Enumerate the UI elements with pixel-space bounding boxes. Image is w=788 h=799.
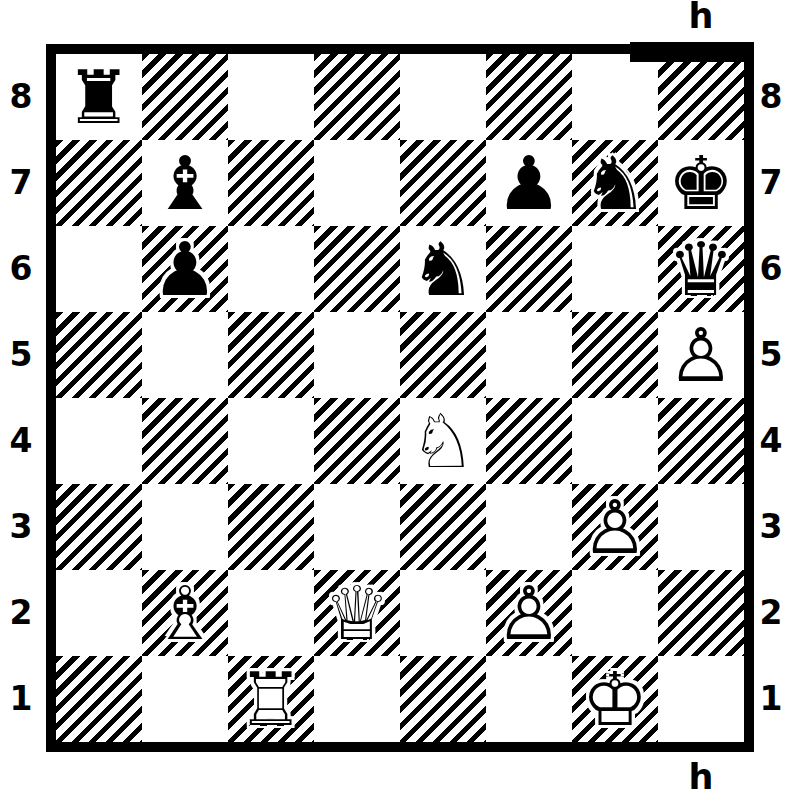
print-artifact-bar	[630, 42, 754, 62]
square-b3[interactable]	[142, 484, 228, 570]
square-c7[interactable]	[228, 140, 314, 226]
rank-label-right-8: 8	[752, 54, 788, 140]
square-g1[interactable]: ♚♔	[572, 656, 658, 742]
rank-label-right-2: 2	[752, 570, 788, 656]
square-a8[interactable]: ♜	[56, 54, 142, 140]
chess-diagram-page: h 87654321 ♜♝♟♞♚♟♞♛♟♙♞♘♟♙♝♗♛♕♟♙♜♖♚♔ 8765…	[0, 0, 788, 799]
queen-outline: ♕	[314, 570, 400, 656]
file-label-top-h: h	[658, 0, 744, 36]
square-a3[interactable]	[56, 484, 142, 570]
square-b8[interactable]	[142, 54, 228, 140]
knight-outline: ♘	[400, 398, 486, 484]
rank-label-left-5: 5	[2, 312, 40, 398]
square-g6[interactable]	[572, 226, 658, 312]
square-b4[interactable]	[142, 398, 228, 484]
square-e1[interactable]	[400, 656, 486, 742]
pawn-outline: ♙	[486, 570, 572, 656]
square-g2[interactable]	[572, 570, 658, 656]
square-e8[interactable]	[400, 54, 486, 140]
board-frame: ♜♝♟♞♚♟♞♛♟♙♞♘♟♙♝♗♛♕♟♙♜♖♚♔	[46, 44, 754, 752]
square-c8[interactable]	[228, 54, 314, 140]
black-king-h7[interactable]: ♚	[658, 140, 744, 226]
white-pawn-f2[interactable]: ♟♙	[486, 570, 572, 656]
rank-label-left-7: 7	[2, 140, 40, 226]
rank-label-right-1: 1	[752, 656, 788, 742]
white-pawn-g3[interactable]: ♟♙	[572, 484, 658, 570]
square-h6[interactable]: ♛	[658, 226, 744, 312]
square-d2[interactable]: ♛♕	[314, 570, 400, 656]
square-e7[interactable]	[400, 140, 486, 226]
square-d8[interactable]	[314, 54, 400, 140]
square-c6[interactable]	[228, 226, 314, 312]
square-c5[interactable]	[228, 312, 314, 398]
square-a2[interactable]	[56, 570, 142, 656]
black-bishop-b7[interactable]: ♝	[142, 140, 228, 226]
black-rook-a8[interactable]: ♜	[56, 54, 142, 140]
file-label-bottom-h: h	[658, 756, 744, 799]
bishop-outline: ♗	[142, 570, 228, 656]
rook-outline: ♖	[228, 656, 314, 742]
rank-label-left-3: 3	[2, 484, 40, 570]
square-d4[interactable]	[314, 398, 400, 484]
black-knight-g7[interactable]: ♞	[572, 140, 658, 226]
square-f2[interactable]: ♟♙	[486, 570, 572, 656]
chess-board: ♜♝♟♞♚♟♞♛♟♙♞♘♟♙♝♗♛♕♟♙♜♖♚♔	[56, 54, 744, 742]
square-d1[interactable]	[314, 656, 400, 742]
square-f1[interactable]	[486, 656, 572, 742]
square-g5[interactable]	[572, 312, 658, 398]
square-g8[interactable]	[572, 54, 658, 140]
square-e2[interactable]	[400, 570, 486, 656]
square-f4[interactable]	[486, 398, 572, 484]
black-queen-h6[interactable]: ♛	[658, 226, 744, 312]
square-d3[interactable]	[314, 484, 400, 570]
rank-label-left-4: 4	[2, 398, 40, 484]
rank-labels-left: 87654321	[2, 54, 40, 742]
square-b7[interactable]: ♝	[142, 140, 228, 226]
square-g7[interactable]: ♞	[572, 140, 658, 226]
square-h7[interactable]: ♚	[658, 140, 744, 226]
square-f6[interactable]	[486, 226, 572, 312]
square-e6[interactable]: ♞	[400, 226, 486, 312]
square-c3[interactable]	[228, 484, 314, 570]
white-queen-d2[interactable]: ♛♕	[314, 570, 400, 656]
rank-label-right-6: 6	[752, 226, 788, 312]
pawn-outline: ♙	[658, 312, 744, 398]
square-h2[interactable]	[658, 570, 744, 656]
square-c1[interactable]: ♜♖	[228, 656, 314, 742]
square-h8[interactable]	[658, 54, 744, 140]
square-a6[interactable]	[56, 226, 142, 312]
rank-label-left-2: 2	[2, 570, 40, 656]
square-d7[interactable]	[314, 140, 400, 226]
square-g4[interactable]	[572, 398, 658, 484]
white-knight-e4[interactable]: ♞♘	[400, 398, 486, 484]
square-a1[interactable]	[56, 656, 142, 742]
square-f5[interactable]	[486, 312, 572, 398]
square-c2[interactable]	[228, 570, 314, 656]
white-king-g1[interactable]: ♚♔	[572, 656, 658, 742]
rank-label-right-3: 3	[752, 484, 788, 570]
rank-label-left-6: 6	[2, 226, 40, 312]
square-f8[interactable]	[486, 54, 572, 140]
square-a4[interactable]	[56, 398, 142, 484]
square-b6[interactable]: ♟	[142, 226, 228, 312]
square-h4[interactable]	[658, 398, 744, 484]
square-b5[interactable]	[142, 312, 228, 398]
square-g3[interactable]: ♟♙	[572, 484, 658, 570]
square-f7[interactable]: ♟	[486, 140, 572, 226]
rank-label-right-5: 5	[752, 312, 788, 398]
square-f3[interactable]	[486, 484, 572, 570]
rank-label-right-7: 7	[752, 140, 788, 226]
square-c4[interactable]	[228, 398, 314, 484]
square-a7[interactable]	[56, 140, 142, 226]
rank-label-left-1: 1	[2, 656, 40, 742]
pawn-outline: ♙	[572, 484, 658, 570]
white-rook-c1[interactable]: ♜♖	[228, 656, 314, 742]
white-bishop-b2[interactable]: ♝♗	[142, 570, 228, 656]
square-d6[interactable]	[314, 226, 400, 312]
king-outline: ♔	[572, 656, 658, 742]
square-e5[interactable]	[400, 312, 486, 398]
square-h1[interactable]	[658, 656, 744, 742]
square-h3[interactable]	[658, 484, 744, 570]
rank-labels-right: 87654321	[752, 54, 788, 742]
square-b1[interactable]	[142, 656, 228, 742]
black-pawn-b6[interactable]: ♟	[142, 226, 228, 312]
square-d5[interactable]	[314, 312, 400, 398]
square-e4[interactable]: ♞♘	[400, 398, 486, 484]
white-pawn-h5[interactable]: ♟♙	[658, 312, 744, 398]
square-a5[interactable]	[56, 312, 142, 398]
square-e3[interactable]	[400, 484, 486, 570]
black-pawn-f7[interactable]: ♟	[486, 140, 572, 226]
rank-label-left-8: 8	[2, 54, 40, 140]
rank-label-right-4: 4	[752, 398, 788, 484]
black-knight-e6[interactable]: ♞	[400, 226, 486, 312]
square-h5[interactable]: ♟♙	[658, 312, 744, 398]
square-b2[interactable]: ♝♗	[142, 570, 228, 656]
